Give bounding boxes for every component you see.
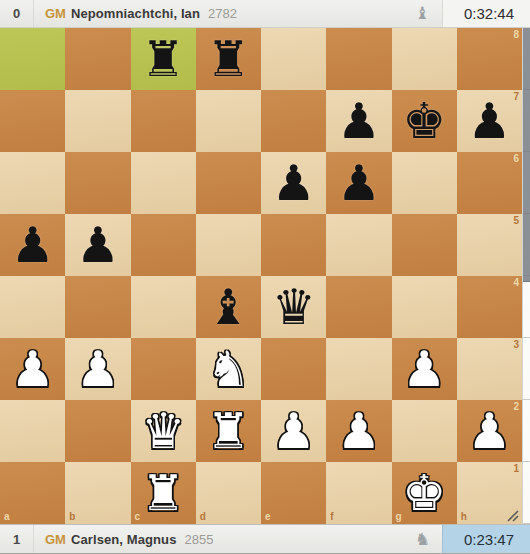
square-a6[interactable] (0, 152, 65, 214)
square-g2[interactable] (392, 400, 457, 462)
square-h8[interactable]: 8 (457, 28, 522, 90)
square-a2[interactable] (0, 400, 65, 462)
file-coordinate-d: d (200, 512, 206, 522)
piece-black-pawn-a5[interactable]: ♟ (0, 214, 65, 276)
piece-black-rook-c8[interactable]: ♜ (131, 28, 196, 90)
square-f7[interactable]: ♟ (326, 90, 391, 152)
bishop-icon: ♝ (415, 5, 430, 22)
piece-white-pawn-a3[interactable]: ♟ (0, 338, 65, 400)
player-name-top: Nepomniachtchi, Ian (71, 6, 200, 21)
file-coordinate-a: a (4, 512, 10, 522)
square-c6[interactable] (131, 152, 196, 214)
player-rating-bottom: 2855 (184, 532, 213, 547)
square-d6[interactable] (196, 152, 261, 214)
square-e5[interactable] (261, 214, 326, 276)
square-f3[interactable] (326, 338, 391, 400)
piece-black-pawn-h7[interactable]: ♟ (457, 90, 522, 152)
square-e3[interactable] (261, 338, 326, 400)
square-h6[interactable]: 6 (457, 152, 522, 214)
square-b3[interactable]: ♟ (65, 338, 130, 400)
square-c1[interactable]: ♜c (131, 462, 196, 524)
square-b8[interactable] (65, 28, 130, 90)
piece-black-rook-d8[interactable]: ♜ (196, 28, 261, 90)
scrollbar-thumb[interactable] (523, 28, 530, 282)
piece-white-rook-c1[interactable]: ♜ (131, 462, 196, 524)
square-a8[interactable] (0, 28, 65, 90)
square-g3[interactable]: ♟ (392, 338, 457, 400)
piece-white-rook-d2[interactable]: ♜ (196, 400, 261, 462)
piece-black-king-g7[interactable]: ♚ (392, 90, 457, 152)
resize-grip-icon[interactable] (504, 507, 520, 523)
piece-white-pawn-b3[interactable]: ♟ (65, 338, 130, 400)
rank-coordinate-4: 4 (513, 278, 519, 288)
square-c2[interactable]: ♛ (131, 400, 196, 462)
file-coordinate-h: h (461, 512, 467, 522)
piece-white-pawn-f2[interactable]: ♟ (326, 400, 391, 462)
square-g7[interactable]: ♚ (392, 90, 457, 152)
board-wrap: ♜♜8♟♚♟7♟♟6♟♟5♝♛4♟♟♞♟3♛♜♟♟♟2ab♜cdef♚gh1 (0, 28, 522, 524)
square-a3[interactable]: ♟ (0, 338, 65, 400)
square-c7[interactable] (131, 90, 196, 152)
square-f8[interactable] (326, 28, 391, 90)
square-e2[interactable]: ♟ (261, 400, 326, 462)
square-g5[interactable] (392, 214, 457, 276)
square-e7[interactable] (261, 90, 326, 152)
player-rating-top: 2782 (208, 6, 237, 21)
file-coordinate-f: f (330, 512, 333, 522)
file-coordinate-b: b (69, 512, 75, 522)
square-h5[interactable]: 5 (457, 214, 522, 276)
square-d4[interactable]: ♝ (196, 276, 261, 338)
square-c3[interactable] (131, 338, 196, 400)
piece-black-pawn-f6[interactable]: ♟ (326, 152, 391, 214)
piece-black-pawn-f7[interactable]: ♟ (326, 90, 391, 152)
clock-top: 0:32:44 (442, 0, 530, 27)
chess-board: ♜♜8♟♚♟7♟♟6♟♟5♝♛4♟♟♞♟3♛♜♟♟♟2ab♜cdef♚gh1 (0, 28, 522, 524)
square-g1[interactable]: ♚g (392, 462, 457, 524)
file-coordinate-c: c (135, 512, 141, 522)
square-d2[interactable]: ♜ (196, 400, 261, 462)
square-d7[interactable] (196, 90, 261, 152)
player-bar-top: 0 GM Nepomniachtchi, Ian 2782 ♝ 0:32:44 (0, 0, 530, 28)
piece-black-pawn-e6[interactable]: ♟ (261, 152, 326, 214)
square-f5[interactable] (326, 214, 391, 276)
scrollbar-track[interactable] (522, 28, 530, 524)
piece-black-queen-e4[interactable]: ♛ (261, 276, 326, 338)
square-f2[interactable]: ♟ (326, 400, 391, 462)
piece-white-knight-d3[interactable]: ♞ (196, 338, 261, 400)
square-b6[interactable] (65, 152, 130, 214)
square-h3[interactable]: 3 (457, 338, 522, 400)
square-b7[interactable] (65, 90, 130, 152)
square-d8[interactable]: ♜ (196, 28, 261, 90)
rank-coordinate-6: 6 (513, 154, 519, 164)
rank-coordinate-3: 3 (513, 340, 519, 350)
square-h7[interactable]: ♟7 (457, 90, 522, 152)
square-b2[interactable] (65, 400, 130, 462)
square-h2[interactable]: ♟2 (457, 400, 522, 462)
file-coordinate-g: g (396, 512, 402, 522)
square-b1[interactable]: b (65, 462, 130, 524)
square-b4[interactable] (65, 276, 130, 338)
rank-coordinate-2: 2 (513, 402, 519, 412)
file-coordinate-e: e (265, 512, 271, 522)
piece-black-pawn-b5[interactable]: ♟ (65, 214, 130, 276)
match-score-bottom: 1 (0, 525, 34, 553)
square-e4[interactable]: ♛ (261, 276, 326, 338)
square-g8[interactable] (392, 28, 457, 90)
player-title-top: GM (45, 6, 66, 21)
square-c5[interactable] (131, 214, 196, 276)
rank-coordinate-5: 5 (513, 216, 519, 226)
square-h4[interactable]: 4 (457, 276, 522, 338)
square-e8[interactable] (261, 28, 326, 90)
player-name-bottom: Carlsen, Magnus (71, 532, 177, 547)
square-g4[interactable] (392, 276, 457, 338)
square-f4[interactable] (326, 276, 391, 338)
square-e6[interactable]: ♟ (261, 152, 326, 214)
match-score-top: 0 (0, 0, 34, 27)
square-a7[interactable] (0, 90, 65, 152)
square-d3[interactable]: ♞ (196, 338, 261, 400)
square-f6[interactable]: ♟ (326, 152, 391, 214)
square-c8[interactable]: ♜ (131, 28, 196, 90)
piece-white-pawn-h2[interactable]: ♟ (457, 400, 522, 462)
player-bar-bottom: 1 GM Carlsen, Magnus 2855 ♞ 0:23:47 (0, 524, 530, 554)
rank-coordinate-7: 7 (513, 92, 519, 102)
piece-white-queen-c2[interactable]: ♛ (131, 400, 196, 462)
board-area: ♜♜8♟♚♟7♟♟6♟♟5♝♛4♟♟♞♟3♛♜♟♟♟2ab♜cdef♚gh1 (0, 28, 530, 524)
square-a5[interactable]: ♟ (0, 214, 65, 276)
clock-bottom: 0:23:47 (442, 525, 530, 553)
piece-white-pawn-e2[interactable]: ♟ (261, 400, 326, 462)
square-c4[interactable] (131, 276, 196, 338)
piece-black-bishop-d4[interactable]: ♝ (196, 276, 261, 338)
square-d5[interactable] (196, 214, 261, 276)
knight-icon: ♞ (415, 531, 430, 548)
square-e1[interactable]: e (261, 462, 326, 524)
square-d1[interactable]: d (196, 462, 261, 524)
square-f1[interactable]: f (326, 462, 391, 524)
square-a4[interactable] (0, 276, 65, 338)
chess-broadcast-widget: 0 GM Nepomniachtchi, Ian 2782 ♝ 0:32:44 … (0, 0, 530, 554)
rank-coordinate-8: 8 (513, 30, 519, 40)
piece-white-pawn-g3[interactable]: ♟ (392, 338, 457, 400)
square-a1[interactable]: a (0, 462, 65, 524)
rank-coordinate-1: 1 (513, 464, 519, 474)
player-title-bottom: GM (45, 532, 66, 547)
square-b5[interactable]: ♟ (65, 214, 130, 276)
square-g6[interactable] (392, 152, 457, 214)
